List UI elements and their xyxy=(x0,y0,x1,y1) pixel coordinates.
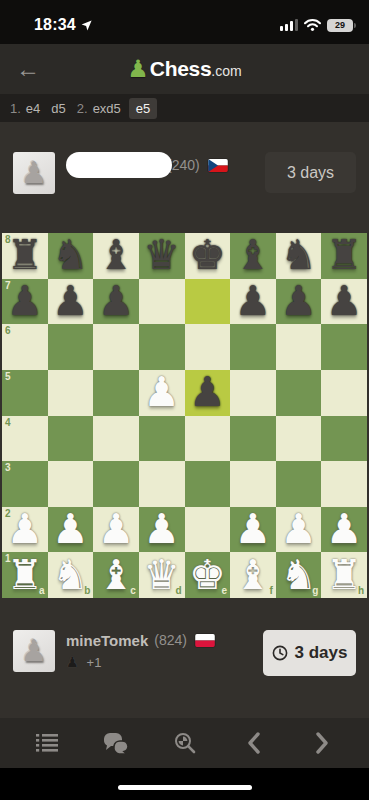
square-c6[interactable] xyxy=(93,324,139,370)
player-top-row: ♟ (240) 3 days xyxy=(13,152,356,196)
next-move-button[interactable] xyxy=(301,721,345,765)
clock-icon xyxy=(272,645,288,661)
square-a1[interactable]: 1a♜ xyxy=(2,552,48,598)
square-c2[interactable]: ♟ xyxy=(93,507,139,553)
analysis-icon xyxy=(174,732,196,754)
censored-username xyxy=(66,152,172,178)
battery-percent: 29 xyxy=(335,20,345,30)
piece-black-bishop: ♝ xyxy=(235,233,272,278)
move-token[interactable]: 2. xyxy=(77,102,88,115)
square-c8[interactable]: ♝ xyxy=(93,233,139,279)
piece-white-pawn: ♟ xyxy=(235,507,272,552)
square-g6[interactable] xyxy=(276,324,322,370)
move-list-icon xyxy=(36,734,58,752)
square-d3[interactable] xyxy=(139,461,185,507)
piece-black-pawn: ♟ xyxy=(280,279,317,324)
square-f1[interactable]: f♝ xyxy=(230,552,276,598)
analysis-button[interactable] xyxy=(163,721,207,765)
square-f3[interactable] xyxy=(230,461,276,507)
chess-board: 8♜♞♝♛♚♝♞♜7♟♟♟♟♟♟65♟♟432♟♟♟♟♟♟♟1a♜b♞c♝d♛e… xyxy=(2,233,367,598)
square-e5[interactable]: ♟ xyxy=(185,370,231,416)
square-f8[interactable]: ♝ xyxy=(230,233,276,279)
piece-black-pawn: ♟ xyxy=(6,279,43,324)
square-d5[interactable]: ♟ xyxy=(139,370,185,416)
piece-white-pawn: ♟ xyxy=(143,507,180,552)
square-f2[interactable]: ♟ xyxy=(230,507,276,553)
file-label-e: e xyxy=(222,586,228,596)
clock-bottom-time: 3 days xyxy=(295,643,348,663)
square-a7[interactable]: 7♟ xyxy=(2,279,48,325)
captured-pawn-icon: ♟ xyxy=(66,655,79,669)
square-c7[interactable]: ♟ xyxy=(93,279,139,325)
clock-top: 3 days xyxy=(265,152,356,193)
square-h3[interactable] xyxy=(321,461,367,507)
status-bar: 18:34 29 xyxy=(0,0,369,44)
square-f4[interactable] xyxy=(230,416,276,462)
square-b7[interactable]: ♟ xyxy=(48,279,94,325)
piece-black-knight: ♞ xyxy=(52,233,89,278)
piece-white-bishop: ♝ xyxy=(235,553,272,598)
piece-black-king: ♚ xyxy=(189,233,226,278)
piece-white-pawn: ♟ xyxy=(6,507,43,552)
square-g5[interactable] xyxy=(276,370,322,416)
piece-black-rook: ♜ xyxy=(326,233,363,278)
location-arrow-icon xyxy=(80,19,93,32)
square-e7[interactable] xyxy=(185,279,231,325)
piece-black-pawn: ♟ xyxy=(326,279,363,324)
square-b6[interactable] xyxy=(48,324,94,370)
square-f6[interactable] xyxy=(230,324,276,370)
chevron-right-icon xyxy=(316,732,329,754)
square-a4[interactable]: 4 xyxy=(2,416,48,462)
square-b1[interactable]: b♞ xyxy=(48,552,94,598)
square-a2[interactable]: 2♟ xyxy=(2,507,48,553)
flag-czech-republic-icon xyxy=(208,159,228,172)
piece-white-pawn: ♟ xyxy=(280,507,317,552)
square-b3[interactable] xyxy=(48,461,94,507)
square-h2[interactable]: ♟ xyxy=(321,507,367,553)
move-token[interactable]: d5 xyxy=(51,102,65,115)
square-e2[interactable] xyxy=(185,507,231,553)
rank-label-5: 5 xyxy=(5,372,11,382)
rank-label-4: 4 xyxy=(5,418,11,428)
move-list-button[interactable] xyxy=(25,721,69,765)
square-e1[interactable]: e♚ xyxy=(185,552,231,598)
wifi-icon xyxy=(304,19,321,31)
back-button[interactable]: ← xyxy=(16,51,40,87)
pawn-avatar-icon: ♟ xyxy=(21,636,48,666)
file-label-b: b xyxy=(84,586,90,596)
avatar-top[interactable]: ♟ xyxy=(13,152,55,194)
file-label-f: f xyxy=(269,586,272,596)
square-b4[interactable] xyxy=(48,416,94,462)
logo-text: Chess xyxy=(150,57,212,81)
piece-white-rook: ♜ xyxy=(6,553,43,598)
file-label-d: d xyxy=(175,586,181,596)
square-g4[interactable] xyxy=(276,416,322,462)
move-token[interactable]: exd5 xyxy=(93,102,121,115)
rank-label-2: 2 xyxy=(5,509,11,519)
square-c4[interactable] xyxy=(93,416,139,462)
square-d4[interactable] xyxy=(139,416,185,462)
square-c1[interactable]: c♝ xyxy=(93,552,139,598)
square-d8[interactable]: ♛ xyxy=(139,233,185,279)
chat-icon xyxy=(103,732,129,754)
square-g3[interactable] xyxy=(276,461,322,507)
square-c3[interactable] xyxy=(93,461,139,507)
square-h5[interactable] xyxy=(321,370,367,416)
square-a5[interactable]: 5 xyxy=(2,370,48,416)
piece-white-bishop: ♝ xyxy=(98,553,135,598)
piece-white-pawn: ♟ xyxy=(143,370,180,415)
piece-black-rook: ♜ xyxy=(6,233,43,278)
home-indicator-area xyxy=(0,768,369,800)
square-g2[interactable]: ♟ xyxy=(276,507,322,553)
chevron-left-icon xyxy=(247,732,260,754)
square-d1[interactable]: d♛ xyxy=(139,552,185,598)
square-h1[interactable]: h♜ xyxy=(321,552,367,598)
piece-black-queen: ♛ xyxy=(143,233,180,278)
piece-black-knight: ♞ xyxy=(280,233,317,278)
square-e3[interactable] xyxy=(185,461,231,507)
square-h7[interactable]: ♟ xyxy=(321,279,367,325)
player-bottom-info: mineTomek (824) ♟ +1 xyxy=(66,630,263,670)
previous-move-button[interactable] xyxy=(232,721,276,765)
rank-label-3: 3 xyxy=(5,463,11,473)
status-bar-right: 29 xyxy=(280,19,353,32)
square-d6[interactable] xyxy=(139,324,185,370)
square-b5[interactable] xyxy=(48,370,94,416)
clock-time: 18:34 xyxy=(34,16,76,34)
square-e8[interactable]: ♚ xyxy=(185,233,231,279)
cellular-signal-icon xyxy=(280,19,298,31)
player-top-info: (240) xyxy=(66,152,265,178)
battery-indicator: 29 xyxy=(327,19,353,32)
material-advantage: +1 xyxy=(87,655,102,670)
piece-black-bishop: ♝ xyxy=(98,233,135,278)
pawn-avatar-icon: ♟ xyxy=(21,158,48,188)
square-d7[interactable] xyxy=(139,279,185,325)
file-label-h: h xyxy=(358,586,364,596)
piece-white-king: ♚ xyxy=(189,553,226,598)
piece-black-pawn: ♟ xyxy=(52,279,89,324)
status-bar-left: 18:34 xyxy=(34,16,93,34)
square-b8[interactable]: ♞ xyxy=(48,233,94,279)
chesscom-logo: ♟ Chess .com xyxy=(127,57,241,81)
file-label-g: g xyxy=(312,586,318,596)
file-label-c: c xyxy=(130,586,136,596)
square-a6[interactable]: 6 xyxy=(2,324,48,370)
square-g7[interactable]: ♟ xyxy=(276,279,322,325)
rank-label-8: 8 xyxy=(5,235,11,245)
square-b2[interactable]: ♟ xyxy=(48,507,94,553)
piece-black-pawn: ♟ xyxy=(189,370,226,415)
square-f7[interactable]: ♟ xyxy=(230,279,276,325)
square-h4[interactable] xyxy=(321,416,367,462)
chat-button[interactable] xyxy=(94,721,138,765)
home-indicator[interactable] xyxy=(118,785,252,790)
move-token[interactable]: 1. xyxy=(10,102,21,115)
square-e6[interactable] xyxy=(185,324,231,370)
player-bottom-row: ♟ mineTomek (824) ♟ +1 3 days xyxy=(13,630,356,678)
clock-bottom: 3 days xyxy=(263,630,356,676)
file-label-a: a xyxy=(39,586,45,596)
piece-white-pawn: ♟ xyxy=(98,507,135,552)
piece-black-pawn: ♟ xyxy=(98,279,135,324)
rank-label-7: 7 xyxy=(5,281,11,291)
piece-white-pawn: ♟ xyxy=(52,507,89,552)
square-a3[interactable]: 3 xyxy=(2,461,48,507)
player-bottom-rating: (824) xyxy=(154,632,187,648)
app-header: ← ♟ Chess .com xyxy=(0,44,369,94)
square-d2[interactable]: ♟ xyxy=(139,507,185,553)
avatar-bottom[interactable]: ♟ xyxy=(13,630,55,672)
move-token-active[interactable]: e5 xyxy=(129,98,157,119)
square-h6[interactable] xyxy=(321,324,367,370)
piece-black-pawn: ♟ xyxy=(235,279,272,324)
player-bottom-name: mineTomek xyxy=(66,632,148,649)
square-f5[interactable] xyxy=(230,370,276,416)
move-list-bar: 1.e4d52.exd5e5 xyxy=(0,94,369,122)
bottom-toolbar xyxy=(0,718,369,768)
square-c5[interactable] xyxy=(93,370,139,416)
rank-label-6: 6 xyxy=(5,326,11,336)
flag-poland-icon xyxy=(195,634,215,647)
logo-suffix-text: .com xyxy=(211,63,241,79)
chesscom-pawn-icon: ♟ xyxy=(127,58,149,80)
square-g8[interactable]: ♞ xyxy=(276,233,322,279)
piece-white-pawn: ♟ xyxy=(326,507,363,552)
move-token[interactable]: e4 xyxy=(26,102,40,115)
rank-label-1: 1 xyxy=(5,554,11,564)
clock-top-time: 3 days xyxy=(287,164,334,182)
square-e4[interactable] xyxy=(185,416,231,462)
square-a8[interactable]: 8♜ xyxy=(2,233,48,279)
square-h8[interactable]: ♜ xyxy=(321,233,367,279)
square-g1[interactable]: g♞ xyxy=(276,552,322,598)
